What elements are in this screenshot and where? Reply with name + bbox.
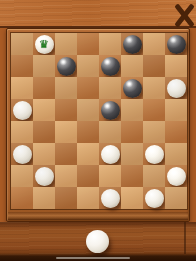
- black-piece[interactable]: [57, 57, 76, 76]
- close-button[interactable]: [168, 2, 196, 29]
- white-tray-piece: [86, 230, 109, 253]
- black-piece[interactable]: [123, 79, 142, 98]
- square-r7c6[interactable]: [121, 165, 143, 187]
- king-crown-icon: ♛: [35, 35, 54, 54]
- square-r4c4[interactable]: [77, 99, 99, 121]
- white-piece[interactable]: [13, 101, 32, 120]
- square-r1c6[interactable]: [121, 33, 143, 55]
- app-screen: ♛: [0, 0, 196, 261]
- square-r6c8[interactable]: [165, 143, 187, 165]
- square-r8c7[interactable]: [143, 187, 165, 209]
- square-r7c2[interactable]: [33, 165, 55, 187]
- square-r1c5[interactable]: [99, 33, 121, 55]
- black-piece[interactable]: [101, 101, 120, 120]
- square-r4c2[interactable]: [33, 99, 55, 121]
- white-piece[interactable]: [145, 145, 164, 164]
- square-r5c1[interactable]: [11, 121, 33, 143]
- square-r4c6[interactable]: [121, 99, 143, 121]
- square-r3c4[interactable]: [77, 77, 99, 99]
- square-r7c7[interactable]: [143, 165, 165, 187]
- square-r2c7[interactable]: [143, 55, 165, 77]
- square-r1c8[interactable]: [165, 33, 187, 55]
- square-r7c8[interactable]: [165, 165, 187, 187]
- black-piece[interactable]: [167, 35, 186, 54]
- square-r1c7[interactable]: [143, 33, 165, 55]
- square-r5c4[interactable]: [77, 121, 99, 143]
- square-r3c5[interactable]: [99, 77, 121, 99]
- square-r6c1[interactable]: [11, 143, 33, 165]
- square-r5c5[interactable]: [99, 121, 121, 143]
- home-indicator[interactable]: [56, 257, 130, 259]
- square-r4c1[interactable]: [11, 99, 33, 121]
- white-piece[interactable]: [167, 79, 186, 98]
- square-r2c3[interactable]: [55, 55, 77, 77]
- square-r3c8[interactable]: [165, 77, 187, 99]
- white-piece[interactable]: [145, 189, 164, 208]
- square-r2c1[interactable]: [11, 55, 33, 77]
- white-piece[interactable]: [167, 167, 186, 186]
- square-r4c8[interactable]: [165, 99, 187, 121]
- square-r8c6[interactable]: [121, 187, 143, 209]
- square-r2c5[interactable]: [99, 55, 121, 77]
- square-r7c3[interactable]: [55, 165, 77, 187]
- square-r5c6[interactable]: [121, 121, 143, 143]
- square-r2c2[interactable]: [33, 55, 55, 77]
- white-piece[interactable]: [101, 189, 120, 208]
- square-r2c8[interactable]: [165, 55, 187, 77]
- square-r8c4[interactable]: [77, 187, 99, 209]
- white-piece[interactable]: [35, 167, 54, 186]
- wood-background-top: [0, 0, 196, 28]
- square-r6c5[interactable]: [99, 143, 121, 165]
- square-r3c2[interactable]: [33, 77, 55, 99]
- square-r1c1[interactable]: [11, 33, 33, 55]
- square-r6c3[interactable]: [55, 143, 77, 165]
- square-r6c2[interactable]: [33, 143, 55, 165]
- square-r8c1[interactable]: [11, 187, 33, 209]
- square-r7c4[interactable]: [77, 165, 99, 187]
- square-r8c2[interactable]: [33, 187, 55, 209]
- square-r7c1[interactable]: [11, 165, 33, 187]
- square-r3c7[interactable]: [143, 77, 165, 99]
- square-r5c3[interactable]: [55, 121, 77, 143]
- square-r6c7[interactable]: [143, 143, 165, 165]
- square-r8c3[interactable]: [55, 187, 77, 209]
- square-r5c8[interactable]: [165, 121, 187, 143]
- square-r5c7[interactable]: [143, 121, 165, 143]
- square-r8c5[interactable]: [99, 187, 121, 209]
- square-r6c4[interactable]: [77, 143, 99, 165]
- square-r2c6[interactable]: [121, 55, 143, 77]
- checkers-board: ♛: [6, 28, 190, 222]
- square-r3c6[interactable]: [121, 77, 143, 99]
- square-r2c4[interactable]: [77, 55, 99, 77]
- square-r8c8[interactable]: [165, 187, 187, 209]
- square-r6c6[interactable]: [121, 143, 143, 165]
- black-piece[interactable]: [101, 57, 120, 76]
- square-r4c3[interactable]: [55, 99, 77, 121]
- square-r1c2[interactable]: ♛: [33, 33, 55, 55]
- square-r4c7[interactable]: [143, 99, 165, 121]
- white-king-piece[interactable]: ♛: [35, 35, 54, 54]
- square-r7c5[interactable]: [99, 165, 121, 187]
- board-grid: ♛: [11, 33, 187, 209]
- white-piece[interactable]: [13, 145, 32, 164]
- square-r3c3[interactable]: [55, 77, 77, 99]
- square-r1c3[interactable]: [55, 33, 77, 55]
- white-piece[interactable]: [101, 145, 120, 164]
- square-r5c2[interactable]: [33, 121, 55, 143]
- square-r1c4[interactable]: [77, 33, 99, 55]
- square-r3c1[interactable]: [11, 77, 33, 99]
- black-piece[interactable]: [123, 35, 142, 54]
- wood-seam: [184, 222, 186, 254]
- square-r4c5[interactable]: [99, 99, 121, 121]
